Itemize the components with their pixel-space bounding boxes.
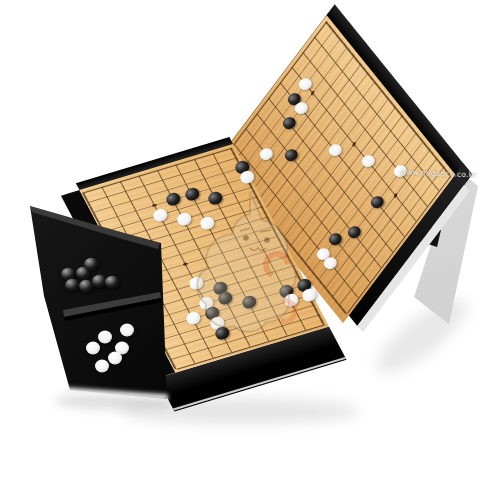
black-stone xyxy=(281,116,296,130)
white-stone xyxy=(328,143,343,157)
black-stone xyxy=(369,194,384,208)
white-stone xyxy=(120,324,134,337)
black-stone xyxy=(346,225,361,239)
white-stone xyxy=(239,169,256,184)
white-stone xyxy=(298,77,313,91)
white-stone xyxy=(360,154,375,168)
black-stone xyxy=(284,148,299,162)
mascot-watermark xyxy=(188,186,308,336)
black-stone xyxy=(84,258,98,270)
black-stone xyxy=(65,279,79,291)
black-stone xyxy=(165,192,182,207)
product-photo-go-set: www.migance.co.kr xyxy=(0,0,492,492)
black-stone xyxy=(327,232,342,246)
white-stone xyxy=(95,360,109,373)
white-stone xyxy=(98,331,112,344)
black-stone xyxy=(105,276,119,288)
white-stone xyxy=(323,256,338,270)
black-stone xyxy=(79,280,93,292)
white-stone xyxy=(108,352,122,365)
white-stone xyxy=(86,342,100,355)
black-stone xyxy=(92,275,106,287)
white-stone xyxy=(152,207,169,222)
white-stone xyxy=(258,146,273,160)
